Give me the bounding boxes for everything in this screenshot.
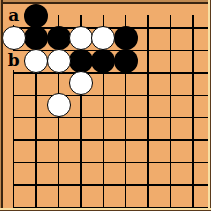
stone-black bbox=[114, 26, 138, 50]
stone-black bbox=[24, 4, 48, 28]
stone-white bbox=[47, 49, 71, 73]
board-frame-bottom-edge bbox=[0, 210, 211, 212]
stone-white bbox=[2, 26, 26, 50]
point-label-b: b bbox=[6, 51, 22, 70]
stone-white bbox=[24, 49, 48, 73]
stone-black bbox=[47, 26, 71, 50]
stone-black bbox=[69, 49, 93, 73]
stone-black bbox=[91, 49, 115, 73]
point-label-a: a bbox=[6, 6, 22, 25]
stone-black bbox=[114, 49, 138, 73]
stone-white bbox=[47, 93, 71, 117]
board-frame-right-edge bbox=[210, 0, 212, 211]
stone-white bbox=[69, 26, 93, 50]
go-diagram: ab bbox=[0, 0, 211, 211]
board-frame-left-dark bbox=[1, 0, 3, 211]
board-frame-top-dark bbox=[0, 2, 211, 4]
stone-white bbox=[69, 71, 93, 95]
